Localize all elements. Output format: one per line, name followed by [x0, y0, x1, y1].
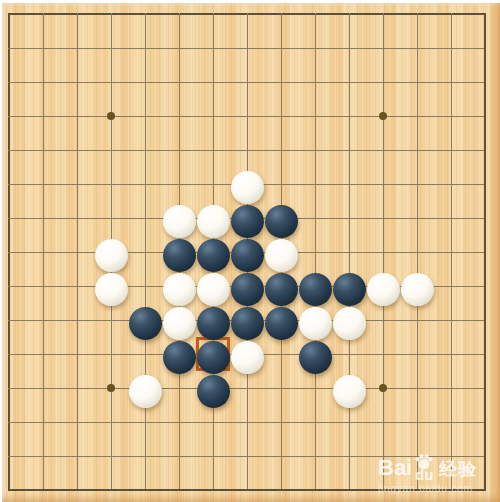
- white-stone: [367, 273, 400, 306]
- grid-line-vertical: [315, 13, 316, 491]
- black-stone: [231, 307, 264, 340]
- black-stone: [163, 239, 196, 272]
- black-stone: [129, 307, 162, 340]
- page: Bai du 经验 jingyan.baidu.com: [0, 0, 500, 502]
- grid-line-horizontal: [8, 388, 486, 389]
- white-stone: [265, 239, 298, 272]
- black-stone: [231, 273, 264, 306]
- star-point: [107, 112, 115, 120]
- white-stone: [299, 307, 332, 340]
- gomoku-board[interactable]: [2, 3, 500, 502]
- black-stone: [265, 273, 298, 306]
- white-stone: [95, 273, 128, 306]
- white-stone: [197, 205, 230, 238]
- white-stone: [95, 239, 128, 272]
- star-point: [379, 112, 387, 120]
- white-stone: [163, 307, 196, 340]
- white-stone: [163, 205, 196, 238]
- white-stone: [401, 273, 434, 306]
- black-stone: [231, 239, 264, 272]
- star-point: [107, 384, 115, 392]
- black-stone: [265, 307, 298, 340]
- black-stone: [197, 341, 230, 374]
- grid-line-vertical: [484, 13, 486, 491]
- grid-line-horizontal: [8, 456, 486, 457]
- star-point: [379, 384, 387, 392]
- black-stone: [197, 375, 230, 408]
- white-stone: [129, 375, 162, 408]
- white-stone: [231, 341, 264, 374]
- grid-line-horizontal: [8, 422, 486, 423]
- black-stone: [197, 239, 230, 272]
- white-stone: [231, 171, 264, 204]
- black-stone: [231, 205, 264, 238]
- white-stone: [333, 375, 366, 408]
- black-stone: [299, 273, 332, 306]
- black-stone: [197, 307, 230, 340]
- black-stone: [265, 205, 298, 238]
- grid-line-horizontal: [8, 489, 486, 491]
- grid-line-vertical: [349, 13, 350, 491]
- grid-line-vertical: [383, 13, 384, 491]
- black-stone: [333, 273, 366, 306]
- white-stone: [163, 273, 196, 306]
- grid-line-vertical: [451, 13, 452, 491]
- black-stone: [163, 341, 196, 374]
- white-stone: [333, 307, 366, 340]
- white-stone: [197, 273, 230, 306]
- grid-line-vertical: [417, 13, 418, 491]
- black-stone: [299, 341, 332, 374]
